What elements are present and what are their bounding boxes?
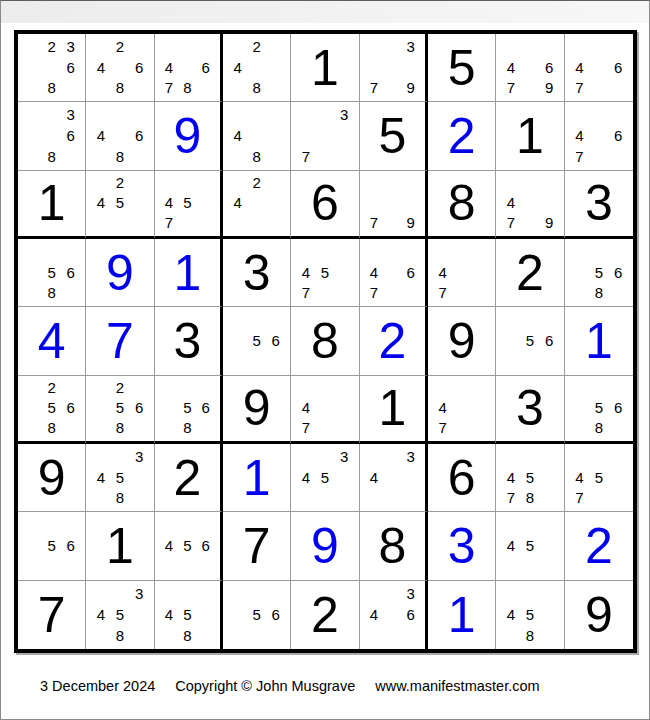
candidate-digit: 2 xyxy=(42,378,61,398)
cell-r6c9[interactable]: 568 xyxy=(565,376,633,444)
candidate-digit: 6 xyxy=(61,262,80,283)
solved-digit: 2 xyxy=(565,512,633,579)
cell-r9c8[interactable]: 458 xyxy=(496,581,564,649)
candidate-digit: 6 xyxy=(609,125,628,146)
candidate-digit: 8 xyxy=(178,418,196,438)
candidate-digit: 2 xyxy=(110,36,129,57)
given-digit: 6 xyxy=(428,444,495,511)
candidate-digit: 8 xyxy=(42,418,61,438)
candidate-digit: 3 xyxy=(130,446,149,467)
cell-r8c8[interactable]: 45 xyxy=(496,512,564,580)
candidate-grid: 467 xyxy=(565,34,633,101)
candidate-digit: 8 xyxy=(110,418,129,438)
candidate-digit: 6 xyxy=(130,57,149,78)
candidate-digit: 3 xyxy=(61,36,80,57)
candidate-digit: 8 xyxy=(247,78,266,99)
given-digit: 9 xyxy=(223,376,290,441)
cell-r7c1[interactable]: 9 xyxy=(18,444,86,512)
cell-r1c2[interactable]: 2468 xyxy=(86,34,154,102)
cell-r3c1[interactable]: 1 xyxy=(18,171,86,239)
candidate-digit: 5 xyxy=(589,398,608,418)
candidate-digit: 5 xyxy=(178,398,196,418)
footer-copyright: Copyright © John Musgrave xyxy=(175,678,355,694)
top-bar xyxy=(1,1,649,23)
candidate-grid: 3458 xyxy=(86,444,153,511)
candidate-digit: 4 xyxy=(570,125,589,146)
candidate-digit: 5 xyxy=(110,467,129,488)
candidate-digit: 8 xyxy=(110,78,129,99)
cell-r6c4[interactable]: 9 xyxy=(223,376,291,444)
candidate-digit: 4 xyxy=(501,467,520,488)
candidate-grid: 458 xyxy=(496,581,563,649)
footer-website-link[interactable]: www.manifestmaster.com xyxy=(375,678,539,694)
given-digit: 3 xyxy=(565,171,633,236)
candidate-digit: 5 xyxy=(178,535,196,556)
candidate-digit: 6 xyxy=(61,535,80,556)
candidate-digit: 7 xyxy=(501,78,520,99)
cell-r2c4[interactable]: 48 xyxy=(223,102,291,170)
footer: 3 December 2024 Copyright © John Musgrav… xyxy=(40,678,540,694)
cell-r6c5[interactable]: 47 xyxy=(291,376,359,444)
given-digit: 6 xyxy=(291,171,358,236)
given-digit: 2 xyxy=(155,444,220,511)
candidate-digit: 7 xyxy=(433,418,452,438)
candidate-grid: 48 xyxy=(223,102,290,169)
candidate-digit: 6 xyxy=(61,398,80,418)
candidate-grid: 2568 xyxy=(86,376,153,441)
candidate-digit: 6 xyxy=(197,398,215,418)
candidate-digit: 6 xyxy=(197,535,215,556)
candidate-grid: 568 xyxy=(155,376,220,441)
candidate-digit: 4 xyxy=(91,604,110,625)
candidate-digit: 9 xyxy=(540,213,559,233)
cell-r5c9[interactable]: 1 xyxy=(565,307,633,375)
cell-r1c8[interactable]: 4679 xyxy=(496,34,564,102)
candidate-grid: 245 xyxy=(86,171,153,236)
candidate-digit: 6 xyxy=(609,398,628,418)
cell-r1c5[interactable]: 1 xyxy=(291,34,359,102)
solved-digit: 1 xyxy=(155,239,220,306)
candidate-digit: 4 xyxy=(570,467,589,488)
candidate-digit: 7 xyxy=(570,146,589,167)
candidate-digit: 5 xyxy=(110,193,129,213)
candidate-digit: 8 xyxy=(178,625,196,646)
solved-digit: 1 xyxy=(565,307,633,374)
candidate-grid: 56 xyxy=(496,307,563,374)
candidate-grid: 467 xyxy=(360,239,425,306)
cell-r7c3[interactable]: 2 xyxy=(155,444,223,512)
candidate-grid: 457 xyxy=(155,171,220,236)
candidate-digit: 6 xyxy=(266,604,285,625)
cell-r6c3[interactable]: 568 xyxy=(155,376,223,444)
cell-r4c4[interactable]: 3 xyxy=(223,239,291,307)
candidate-digit: 4 xyxy=(501,535,520,556)
candidate-digit: 5 xyxy=(315,262,334,283)
solved-digit: 1 xyxy=(223,444,290,511)
candidate-digit: 4 xyxy=(501,193,520,213)
cell-r3c7[interactable]: 8 xyxy=(428,171,496,239)
candidate-digit: 5 xyxy=(520,604,539,625)
candidate-digit: 6 xyxy=(197,57,215,78)
cell-r7c8[interactable]: 4578 xyxy=(496,444,564,512)
puzzle-page: 2368246846782481379546794673684689483752… xyxy=(0,0,650,720)
cell-r7c5[interactable]: 345 xyxy=(291,444,359,512)
footer-date: 3 December 2024 xyxy=(40,678,155,694)
candidate-grid: 4678 xyxy=(155,34,220,101)
candidate-grid: 568 xyxy=(565,376,633,441)
candidate-digit: 7 xyxy=(296,418,315,438)
cell-r1c4[interactable]: 248 xyxy=(223,34,291,102)
cell-r8c9[interactable]: 2 xyxy=(565,512,633,580)
candidate-digit: 4 xyxy=(160,604,178,625)
cell-r5c6[interactable]: 2 xyxy=(360,307,428,375)
cell-r6c6[interactable]: 1 xyxy=(360,376,428,444)
candidate-digit: 3 xyxy=(61,104,80,125)
candidate-grid: 346 xyxy=(360,581,425,649)
cell-r1c7[interactable]: 5 xyxy=(428,34,496,102)
candidate-digit: 5 xyxy=(247,604,266,625)
cell-r3c8[interactable]: 479 xyxy=(496,171,564,239)
candidate-grid: 456 xyxy=(155,512,220,579)
candidate-grid: 47 xyxy=(428,239,495,306)
candidate-grid: 467 xyxy=(565,102,633,169)
candidate-digit: 6 xyxy=(609,57,628,78)
cell-r3c3[interactable]: 457 xyxy=(155,171,223,239)
candidate-digit: 5 xyxy=(247,330,266,351)
candidate-grid: 2468 xyxy=(86,34,153,101)
given-digit: 5 xyxy=(360,102,425,169)
cell-r5c2[interactable]: 7 xyxy=(86,307,154,375)
candidate-digit: 3 xyxy=(130,583,149,604)
candidate-grid: 379 xyxy=(360,34,425,101)
cell-r4c2[interactable]: 9 xyxy=(86,239,154,307)
candidate-digit: 4 xyxy=(365,262,383,283)
candidate-digit: 8 xyxy=(42,283,61,304)
cell-r6c7[interactable]: 47 xyxy=(428,376,496,444)
cell-r4c5[interactable]: 457 xyxy=(291,239,359,307)
solved-digit: 2 xyxy=(360,307,425,374)
solved-digit: 9 xyxy=(155,102,220,169)
candidate-digit: 6 xyxy=(130,125,149,146)
cell-r6c8[interactable]: 3 xyxy=(496,376,564,444)
candidate-digit: 9 xyxy=(540,78,559,99)
cell-r3c5[interactable]: 6 xyxy=(291,171,359,239)
candidate-digit: 2 xyxy=(110,378,129,398)
cell-r6c2[interactable]: 2568 xyxy=(86,376,154,444)
candidate-grid: 2568 xyxy=(18,376,85,441)
candidate-digit: 8 xyxy=(589,418,608,438)
cell-r4c1[interactable]: 568 xyxy=(18,239,86,307)
candidate-digit: 6 xyxy=(130,398,149,418)
cell-r9c3[interactable]: 458 xyxy=(155,581,223,649)
cell-r2c9[interactable]: 467 xyxy=(565,102,633,170)
candidate-digit: 6 xyxy=(61,57,80,78)
cell-r5c1[interactable]: 4 xyxy=(18,307,86,375)
cell-r4c6[interactable]: 467 xyxy=(360,239,428,307)
candidate-grid: 345 xyxy=(291,444,358,511)
candidate-digit: 4 xyxy=(433,262,452,283)
candidate-grid: 458 xyxy=(155,581,220,649)
candidate-grid: 568 xyxy=(18,239,85,306)
solved-digit: 1 xyxy=(428,581,495,649)
candidate-digit: 7 xyxy=(433,283,452,304)
cell-r9c7[interactable]: 1 xyxy=(428,581,496,649)
candidate-digit: 2 xyxy=(42,36,61,57)
given-digit: 2 xyxy=(291,581,358,649)
cell-r8c7[interactable]: 3 xyxy=(428,512,496,580)
candidate-digit: 4 xyxy=(91,57,110,78)
cell-r2c8[interactable]: 1 xyxy=(496,102,564,170)
candidate-digit: 5 xyxy=(315,467,334,488)
cell-r7c6[interactable]: 34 xyxy=(360,444,428,512)
cell-r7c9[interactable]: 457 xyxy=(565,444,633,512)
cell-r2c6[interactable]: 5 xyxy=(360,102,428,170)
candidate-grid: 47 xyxy=(428,376,495,441)
candidate-digit: 3 xyxy=(402,446,420,467)
candidate-grid: 4578 xyxy=(496,444,563,511)
candidate-digit: 7 xyxy=(296,283,315,304)
candidate-digit: 4 xyxy=(91,193,110,213)
cell-r3c4[interactable]: 24 xyxy=(223,171,291,239)
candidate-digit: 5 xyxy=(520,330,539,351)
given-digit: 9 xyxy=(428,307,495,374)
cell-r4c7[interactable]: 47 xyxy=(428,239,496,307)
cell-r6c1[interactable]: 2568 xyxy=(18,376,86,444)
candidate-digit: 4 xyxy=(433,398,452,418)
solved-digit: 9 xyxy=(86,239,153,306)
candidate-grid: 37 xyxy=(291,102,358,169)
given-digit: 8 xyxy=(428,171,495,236)
candidate-grid: 468 xyxy=(86,102,153,169)
candidate-digit: 8 xyxy=(42,146,61,167)
cell-r2c2[interactable]: 468 xyxy=(86,102,154,170)
candidate-digit: 7 xyxy=(160,78,178,99)
candidate-digit: 9 xyxy=(402,213,420,233)
given-digit: 8 xyxy=(360,512,425,579)
given-digit: 7 xyxy=(18,581,85,649)
candidate-grid: 24 xyxy=(223,171,290,236)
candidate-digit: 4 xyxy=(365,467,383,488)
candidate-digit: 6 xyxy=(609,262,628,283)
given-digit: 8 xyxy=(291,307,358,374)
candidate-digit: 8 xyxy=(247,146,266,167)
cell-r5c3[interactable]: 3 xyxy=(155,307,223,375)
candidate-grid: 368 xyxy=(18,102,85,169)
given-digit: 1 xyxy=(86,512,153,579)
given-digit: 9 xyxy=(565,581,633,649)
given-digit: 5 xyxy=(428,34,495,101)
candidate-digit: 7 xyxy=(365,78,383,99)
candidate-digit: 7 xyxy=(365,213,383,233)
candidate-digit: 5 xyxy=(520,535,539,556)
candidate-digit: 6 xyxy=(402,604,420,625)
candidate-digit: 4 xyxy=(228,57,247,78)
candidate-digit: 4 xyxy=(160,535,178,556)
cell-r4c9[interactable]: 568 xyxy=(565,239,633,307)
candidate-digit: 7 xyxy=(501,213,520,233)
cell-r4c3[interactable]: 1 xyxy=(155,239,223,307)
candidate-digit: 3 xyxy=(335,446,354,467)
given-digit: 1 xyxy=(496,102,563,169)
candidate-digit: 4 xyxy=(296,398,315,418)
candidate-grid: 479 xyxy=(496,171,563,236)
candidate-grid: 3458 xyxy=(86,581,153,649)
candidate-digit: 7 xyxy=(365,283,383,304)
cell-r2c1[interactable]: 368 xyxy=(18,102,86,170)
candidate-digit: 9 xyxy=(402,78,420,99)
candidate-digit: 7 xyxy=(160,213,178,233)
solved-digit: 4 xyxy=(18,307,85,374)
cell-r4c8[interactable]: 2 xyxy=(496,239,564,307)
candidate-digit: 5 xyxy=(178,604,196,625)
cell-r5c7[interactable]: 9 xyxy=(428,307,496,375)
candidate-digit: 5 xyxy=(178,193,196,213)
given-digit: 2 xyxy=(496,239,563,306)
candidate-digit: 8 xyxy=(110,146,129,167)
cell-r9c2[interactable]: 3458 xyxy=(86,581,154,649)
given-digit: 1 xyxy=(291,34,358,101)
cell-r9c1[interactable]: 7 xyxy=(18,581,86,649)
candidate-grid: 47 xyxy=(291,376,358,441)
solved-digit: 9 xyxy=(291,512,358,579)
candidate-grid: 79 xyxy=(360,171,425,236)
candidate-grid: 2368 xyxy=(18,34,85,101)
candidate-digit: 4 xyxy=(570,57,589,78)
cell-r7c4[interactable]: 1 xyxy=(223,444,291,512)
candidate-digit: 4 xyxy=(228,125,247,146)
candidate-digit: 8 xyxy=(110,625,129,646)
candidate-digit: 8 xyxy=(520,488,539,509)
cell-r1c9[interactable]: 467 xyxy=(565,34,633,102)
candidate-digit: 7 xyxy=(501,488,520,509)
candidate-digit: 6 xyxy=(402,262,420,283)
cell-r2c5[interactable]: 37 xyxy=(291,102,359,170)
cell-r1c1[interactable]: 2368 xyxy=(18,34,86,102)
given-digit: 3 xyxy=(223,239,290,306)
solved-digit: 3 xyxy=(428,512,495,579)
candidate-digit: 4 xyxy=(160,57,178,78)
candidate-digit: 4 xyxy=(91,467,110,488)
cell-r7c7[interactable]: 6 xyxy=(428,444,496,512)
candidate-digit: 5 xyxy=(42,398,61,418)
given-digit: 9 xyxy=(18,444,85,511)
candidate-digit: 5 xyxy=(42,535,61,556)
candidate-digit: 2 xyxy=(247,173,266,193)
candidate-digit: 5 xyxy=(110,398,129,418)
cell-r9c4[interactable]: 56 xyxy=(223,581,291,649)
candidate-grid: 568 xyxy=(565,239,633,306)
candidate-digit: 5 xyxy=(589,262,608,283)
candidate-digit: 4 xyxy=(365,604,383,625)
candidate-digit: 6 xyxy=(61,125,80,146)
given-digit: 1 xyxy=(360,376,425,441)
cell-r9c5[interactable]: 2 xyxy=(291,581,359,649)
cell-r3c6[interactable]: 79 xyxy=(360,171,428,239)
cell-r8c3[interactable]: 456 xyxy=(155,512,223,580)
cell-r5c5[interactable]: 8 xyxy=(291,307,359,375)
cell-r2c3[interactable]: 9 xyxy=(155,102,223,170)
candidate-digit: 4 xyxy=(501,604,520,625)
candidate-digit: 8 xyxy=(589,283,608,304)
cell-r2c7[interactable]: 2 xyxy=(428,102,496,170)
candidate-digit: 6 xyxy=(540,57,559,78)
cell-r5c8[interactable]: 56 xyxy=(496,307,564,375)
given-digit: 1 xyxy=(18,171,85,236)
candidate-digit: 4 xyxy=(296,262,315,283)
candidate-digit: 4 xyxy=(228,193,247,213)
cell-r7c2[interactable]: 3458 xyxy=(86,444,154,512)
cell-r9c6[interactable]: 346 xyxy=(360,581,428,649)
candidate-digit: 4 xyxy=(501,57,520,78)
solved-digit: 2 xyxy=(428,102,495,169)
candidate-digit: 5 xyxy=(42,262,61,283)
candidate-digit: 5 xyxy=(520,467,539,488)
candidate-digit: 8 xyxy=(42,78,61,99)
cell-r5c4[interactable]: 56 xyxy=(223,307,291,375)
candidate-digit: 6 xyxy=(266,330,285,351)
given-digit: 3 xyxy=(155,307,220,374)
candidate-grid: 34 xyxy=(360,444,425,511)
candidate-grid: 45 xyxy=(496,512,563,579)
candidate-grid: 56 xyxy=(18,512,85,579)
candidate-digit: 3 xyxy=(402,36,420,57)
cell-r1c6[interactable]: 379 xyxy=(360,34,428,102)
candidate-digit: 2 xyxy=(247,36,266,57)
solved-digit: 7 xyxy=(86,307,153,374)
cell-r8c5[interactable]: 9 xyxy=(291,512,359,580)
candidate-grid: 56 xyxy=(223,307,290,374)
candidate-grid: 4679 xyxy=(496,34,563,101)
candidate-grid: 248 xyxy=(223,34,290,101)
candidate-digit: 4 xyxy=(296,467,315,488)
candidate-digit: 4 xyxy=(160,193,178,213)
candidate-digit: 2 xyxy=(110,173,129,193)
cell-r3c2[interactable]: 245 xyxy=(86,171,154,239)
sudoku-board: 2368246846782481379546794673684689483752… xyxy=(14,30,637,653)
cell-r8c2[interactable]: 1 xyxy=(86,512,154,580)
cell-r9c9[interactable]: 9 xyxy=(565,581,633,649)
given-digit: 3 xyxy=(496,376,563,441)
candidate-digit: 7 xyxy=(296,146,315,167)
candidate-digit: 8 xyxy=(520,625,539,646)
candidate-digit: 3 xyxy=(335,104,354,125)
candidate-digit: 5 xyxy=(110,604,129,625)
candidate-digit: 6 xyxy=(540,330,559,351)
candidate-grid: 457 xyxy=(565,444,633,511)
candidate-grid: 56 xyxy=(223,581,290,649)
given-digit: 7 xyxy=(223,512,290,579)
candidate-grid: 457 xyxy=(291,239,358,306)
cell-r8c4[interactable]: 7 xyxy=(223,512,291,580)
cell-r1c3[interactable]: 4678 xyxy=(155,34,223,102)
candidate-digit: 7 xyxy=(570,488,589,509)
candidate-digit: 7 xyxy=(570,78,589,99)
cell-r3c9[interactable]: 3 xyxy=(565,171,633,239)
candidate-digit: 3 xyxy=(402,583,420,604)
candidate-digit: 8 xyxy=(110,488,129,509)
cell-r8c1[interactable]: 56 xyxy=(18,512,86,580)
candidate-digit: 8 xyxy=(178,78,196,99)
candidate-digit: 5 xyxy=(589,467,608,488)
candidate-digit: 4 xyxy=(91,125,110,146)
cell-r8c6[interactable]: 8 xyxy=(360,512,428,580)
